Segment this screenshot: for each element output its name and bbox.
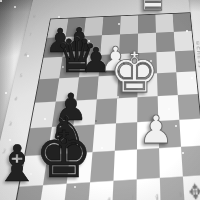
file-label-c: c: [59, 199, 63, 200]
brand-text: ©CHESS: [195, 40, 200, 68]
square-h2[interactable]: [180, 145, 200, 176]
square-d7[interactable]: [100, 34, 120, 55]
square-b8[interactable]: [65, 17, 85, 36]
file-label-d: d: [83, 197, 87, 200]
square-h6[interactable]: [175, 50, 196, 72]
square-e7[interactable]: [119, 33, 138, 53]
square-c2[interactable]: [66, 151, 92, 183]
square-c7[interactable]: [81, 35, 101, 56]
square-h8[interactable]: [172, 13, 191, 32]
square-h3[interactable]: [179, 118, 200, 146]
square-e4[interactable]: [116, 97, 137, 123]
square-g3[interactable]: [158, 119, 181, 147]
square-f5[interactable]: [137, 73, 157, 97]
square-h5[interactable]: [176, 71, 197, 95]
square-f4[interactable]: [137, 96, 158, 122]
square-d8[interactable]: [102, 16, 121, 35]
square-g8[interactable]: [155, 13, 173, 32]
square-e5[interactable]: [117, 74, 137, 98]
square-d6[interactable]: [98, 54, 118, 76]
square-c6[interactable]: [79, 55, 100, 77]
square-c3[interactable]: [70, 124, 95, 153]
square-f3[interactable]: [136, 120, 158, 148]
square-d5[interactable]: [96, 75, 117, 99]
square-d2[interactable]: [90, 150, 115, 181]
square-h4[interactable]: [177, 93, 199, 119]
square-f7[interactable]: [137, 32, 156, 52]
square-e3[interactable]: [114, 122, 136, 151]
square-f6[interactable]: [137, 52, 156, 74]
square-c4[interactable]: [73, 99, 96, 125]
square-e8[interactable]: [120, 15, 138, 34]
square-g7[interactable]: [155, 31, 174, 51]
square-g4[interactable]: [157, 95, 179, 121]
square-f8[interactable]: [138, 14, 156, 33]
square-f2[interactable]: [136, 148, 159, 179]
corner-emblem-icon: ✥: [182, 174, 200, 200]
square-b6[interactable]: [59, 55, 81, 77]
square-b1[interactable]: [37, 183, 66, 200]
square-h1[interactable]: ✥: [182, 174, 200, 200]
square-a1[interactable]: [13, 184, 43, 200]
square-g2[interactable]: [159, 146, 183, 177]
square-b7[interactable]: [62, 36, 83, 57]
square-e2[interactable]: [113, 149, 137, 180]
file-label-f: f: [132, 194, 134, 200]
file-label-e: e: [108, 196, 111, 200]
square-d3[interactable]: [92, 123, 115, 152]
square-g5[interactable]: [157, 72, 178, 96]
file-label-g: g: [155, 193, 158, 200]
square-e6[interactable]: [118, 53, 138, 75]
photo-scene: ✥ ©CHESSa8b7c6d5e4f3g2h1 ♛♟♟♛♟♟♚♟♞♟♝♚: [0, 0, 200, 200]
file-label-h: h: [179, 191, 183, 199]
square-g6[interactable]: [156, 51, 176, 73]
square-c8[interactable]: [83, 17, 103, 36]
square-h7[interactable]: [173, 31, 193, 51]
square-c5[interactable]: [76, 76, 98, 100]
board-plane: ✥ ©CHESSa8b7c6d5e4f3g2h1: [2, 2, 192, 198]
square-d4[interactable]: [94, 98, 116, 124]
